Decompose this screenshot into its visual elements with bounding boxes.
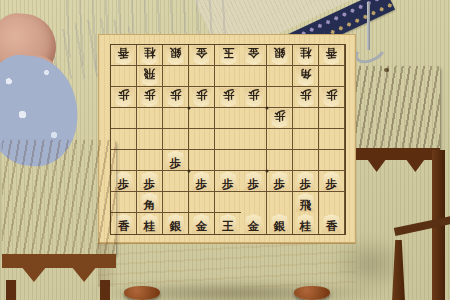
board-foot xyxy=(294,286,330,300)
board-cell[interactable]: 金 xyxy=(241,213,267,234)
board-cell[interactable] xyxy=(189,66,215,87)
board-top-surface: 香桂銀金玉金銀桂香飛角歩歩歩歩歩歩歩歩歩歩歩歩歩歩歩歩歩歩角飛香桂銀金王金銀桂香 xyxy=(98,34,356,243)
board-cell[interactable]: 歩 xyxy=(163,150,189,171)
board-cell[interactable]: 歩 xyxy=(163,87,189,108)
shogi-piece-gote[interactable]: 銀 xyxy=(269,46,290,65)
shogi-piece-gote[interactable]: 歩 xyxy=(218,88,239,107)
left-komadai-leg xyxy=(100,280,110,300)
shogi-piece-gote[interactable]: 歩 xyxy=(269,109,290,128)
board-cell[interactable] xyxy=(189,108,215,129)
board-cell[interactable]: 歩 xyxy=(241,171,267,192)
board-cell[interactable]: 歩 xyxy=(215,87,241,108)
board-cell[interactable]: 角 xyxy=(293,66,319,87)
board-cell[interactable] xyxy=(189,192,215,213)
board-cell[interactable] xyxy=(293,150,319,171)
metal-stand-base xyxy=(351,36,388,68)
hoshi-dot xyxy=(266,170,269,173)
shogi-piece-sente[interactable]: 歩 xyxy=(321,172,342,191)
board-cell[interactable]: 玉 xyxy=(215,45,241,66)
board-cell[interactable] xyxy=(319,150,345,171)
board-cell[interactable] xyxy=(111,66,137,87)
board-cell[interactable]: 香 xyxy=(111,45,137,66)
board-cell[interactable]: 歩 xyxy=(241,87,267,108)
board-cell[interactable] xyxy=(189,129,215,150)
shogi-piece-gote[interactable]: 金 xyxy=(243,46,264,65)
shogi-piece-gote[interactable]: 歩 xyxy=(321,88,342,107)
board-cell[interactable] xyxy=(241,192,267,213)
board-cell[interactable]: 歩 xyxy=(137,87,163,108)
shogi-piece-sente[interactable]: 歩 xyxy=(191,172,212,191)
board-cell[interactable] xyxy=(267,192,293,213)
board-cell[interactable]: 金 xyxy=(189,45,215,66)
shogi-piece-sente[interactable]: 桂 xyxy=(295,214,316,233)
board-cell[interactable] xyxy=(137,150,163,171)
shogi-piece-sente[interactable]: 桂 xyxy=(139,214,160,233)
board-cell[interactable] xyxy=(137,129,163,150)
board-cell[interactable] xyxy=(215,108,241,129)
shogi-piece-sente[interactable]: 銀 xyxy=(269,214,290,233)
board-front-face xyxy=(98,243,356,287)
shogi-piece-sente[interactable]: 歩 xyxy=(165,151,186,170)
board-cell[interactable] xyxy=(293,108,319,129)
board-cell[interactable]: 歩 xyxy=(267,108,293,129)
board-cell[interactable]: 角 xyxy=(137,192,163,213)
board-cell[interactable]: 歩 xyxy=(111,87,137,108)
board-cell[interactable]: 桂 xyxy=(293,213,319,234)
shogi-board: 香桂銀金玉金銀桂香飛角歩歩歩歩歩歩歩歩歩歩歩歩歩歩歩歩歩歩角飛香桂銀金王金銀桂香 xyxy=(98,34,356,300)
board-cell[interactable]: 歩 xyxy=(215,171,241,192)
shogi-piece-sente[interactable]: 香 xyxy=(321,214,342,233)
shogi-piece-sente[interactable]: 金 xyxy=(191,214,212,233)
shogi-board-grid: 香桂銀金玉金銀桂香飛角歩歩歩歩歩歩歩歩歩歩歩歩歩歩歩歩歩歩角飛香桂銀金王金銀桂香 xyxy=(110,44,346,235)
left-komadai-apron xyxy=(2,254,116,282)
board-cell[interactable] xyxy=(137,108,163,129)
shogi-piece-gote[interactable]: 歩 xyxy=(295,88,316,107)
board-cell[interactable]: 歩 xyxy=(189,87,215,108)
board-cell[interactable]: 飛 xyxy=(137,66,163,87)
shogi-piece-gote[interactable]: 角 xyxy=(295,67,316,86)
board-cell[interactable]: 金 xyxy=(189,213,215,234)
shogi-piece-gote[interactable]: 香 xyxy=(113,46,134,65)
board-cell[interactable]: 金 xyxy=(241,45,267,66)
shogi-piece-gote[interactable]: 歩 xyxy=(139,88,160,107)
board-cell[interactable] xyxy=(163,192,189,213)
shogi-piece-gote[interactable]: 桂 xyxy=(139,46,160,65)
shogi-piece-gote[interactable]: 歩 xyxy=(165,88,186,107)
shogi-piece-gote[interactable]: 香 xyxy=(321,46,342,65)
board-cell[interactable] xyxy=(319,108,345,129)
shogi-match-scene: 香桂銀金玉金銀桂香飛角歩歩歩歩歩歩歩歩歩歩歩歩歩歩歩歩歩歩角飛香桂銀金王金銀桂香 xyxy=(0,0,450,300)
left-komadai-leg xyxy=(6,280,16,300)
board-cell[interactable] xyxy=(215,129,241,150)
board-cell[interactable] xyxy=(267,66,293,87)
right-komadai-apron xyxy=(352,148,440,172)
shogi-piece-sente[interactable]: 歩 xyxy=(139,172,160,191)
board-cell[interactable] xyxy=(241,108,267,129)
shogi-piece-gote[interactable]: 歩 xyxy=(113,88,134,107)
board-cell[interactable]: 香 xyxy=(319,45,345,66)
shogi-piece-sente[interactable]: 歩 xyxy=(243,172,264,191)
shogi-piece-sente[interactable]: 歩 xyxy=(218,172,239,191)
shogi-piece-sente[interactable]: 歩 xyxy=(269,172,290,191)
board-cell[interactable] xyxy=(267,87,293,108)
board-cell[interactable] xyxy=(163,129,189,150)
shogi-piece-gote[interactable]: 桂 xyxy=(295,46,316,65)
shogi-piece-gote[interactable]: 銀 xyxy=(165,46,186,65)
board-cell[interactable]: 歩 xyxy=(137,171,163,192)
right-komadai-tray[interactable] xyxy=(352,66,440,150)
board-cell[interactable]: 銀 xyxy=(267,45,293,66)
board-cell[interactable]: 銀 xyxy=(267,213,293,234)
board-cell[interactable] xyxy=(241,66,267,87)
hoshi-dot xyxy=(266,107,269,110)
board-cell[interactable]: 歩 xyxy=(293,171,319,192)
shogi-piece-gote[interactable]: 玉 xyxy=(218,46,239,65)
board-cell[interactable]: 銀 xyxy=(163,213,189,234)
board-cell[interactable] xyxy=(163,171,189,192)
board-cell[interactable] xyxy=(215,192,241,213)
board-cell[interactable]: 歩 xyxy=(319,87,345,108)
board-cell[interactable] xyxy=(189,150,215,171)
shogi-piece-sente[interactable]: 飛 xyxy=(295,193,316,212)
board-cell[interactable]: 歩 xyxy=(267,171,293,192)
shogi-piece-gote[interactable]: 飛 xyxy=(139,67,160,86)
board-cell[interactable]: 飛 xyxy=(293,192,319,213)
board-cell[interactable] xyxy=(215,66,241,87)
left-komadai-tray[interactable] xyxy=(2,140,116,256)
board-cell[interactable] xyxy=(111,108,137,129)
shogi-piece-gote[interactable]: 金 xyxy=(191,46,212,65)
board-cell[interactable]: 香 xyxy=(319,213,345,234)
board-cell[interactable]: 歩 xyxy=(293,87,319,108)
left-komadai xyxy=(0,140,118,300)
board-cell[interactable] xyxy=(241,129,267,150)
board-cell[interactable]: 銀 xyxy=(163,45,189,66)
board-cell[interactable] xyxy=(319,192,345,213)
shogi-piece-gote[interactable]: 歩 xyxy=(243,88,264,107)
shogi-piece-sente[interactable]: 王 xyxy=(218,214,239,233)
board-cell[interactable]: 王 xyxy=(215,213,241,234)
board-cell[interactable] xyxy=(241,150,267,171)
board-cell[interactable]: 桂 xyxy=(293,45,319,66)
board-foot xyxy=(124,286,160,300)
shogi-piece-gote[interactable]: 歩 xyxy=(191,88,212,107)
board-cell[interactable] xyxy=(215,150,241,171)
board-cell[interactable] xyxy=(163,108,189,129)
hoshi-dot xyxy=(188,170,191,173)
board-cell[interactable] xyxy=(319,129,345,150)
board-cell[interactable] xyxy=(267,150,293,171)
shogi-piece-sente[interactable]: 銀 xyxy=(165,214,186,233)
board-cell[interactable] xyxy=(163,66,189,87)
board-cell[interactable]: 歩 xyxy=(189,171,215,192)
hoshi-dot xyxy=(188,107,191,110)
shogi-piece-sente[interactable]: 歩 xyxy=(295,172,316,191)
shogi-piece-sente[interactable]: 金 xyxy=(243,214,264,233)
board-cell[interactable]: 桂 xyxy=(137,45,163,66)
shogi-piece-sente[interactable]: 角 xyxy=(139,193,160,212)
board-cell[interactable] xyxy=(293,129,319,150)
board-cell[interactable] xyxy=(319,66,345,87)
board-cell[interactable]: 歩 xyxy=(319,171,345,192)
board-cell[interactable] xyxy=(267,129,293,150)
board-cell[interactable]: 桂 xyxy=(137,213,163,234)
